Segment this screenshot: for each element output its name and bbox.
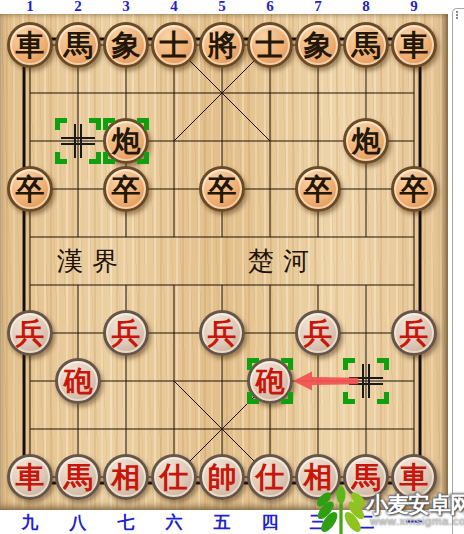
piece-label: 象	[304, 31, 333, 60]
river-label-left: 漢界	[57, 246, 127, 276]
piece-label: 士	[256, 31, 285, 60]
piece-label: 馬	[352, 31, 381, 60]
watermark-site-url: www.xmsigma.com	[370, 515, 464, 527]
piece-label: 炮	[352, 127, 381, 156]
piece-label: 仕	[256, 463, 285, 492]
piece-label: 卒	[208, 175, 237, 204]
piece-red-horse[interactable]: 馬	[55, 454, 101, 500]
piece-black-advisor[interactable]: 士	[151, 22, 197, 68]
piece-black-soldier[interactable]: 卒	[7, 166, 53, 212]
watermark-wheat-logo	[314, 486, 368, 534]
river-label-right: 楚河	[248, 246, 318, 276]
piece-label: 兵	[304, 319, 333, 348]
bracket-corner	[103, 118, 115, 130]
file-label-bottom-4: 六	[161, 513, 187, 533]
piece-label: 象	[112, 31, 141, 60]
piece-label: 卒	[16, 175, 45, 204]
piece-black-horse[interactable]: 馬	[55, 22, 101, 68]
bracket-corner	[247, 358, 259, 370]
piece-black-advisor[interactable]: 士	[247, 22, 293, 68]
piece-label: 仕	[160, 463, 189, 492]
file-label-bottom-5: 五	[209, 513, 235, 533]
piece-black-soldier[interactable]: 卒	[391, 166, 437, 212]
piece-black-elephant[interactable]: 象	[295, 22, 341, 68]
move-2-origin-crosshair	[349, 364, 383, 398]
file-label-bottom-1: 九	[17, 513, 43, 533]
file-label-bottom-2: 八	[65, 513, 91, 533]
piece-black-soldier[interactable]: 卒	[295, 166, 341, 212]
side-panel-border	[452, 8, 464, 534]
piece-label: 兵	[16, 319, 45, 348]
bracket-corner	[137, 118, 149, 130]
file-label-bottom-3: 七	[113, 513, 139, 533]
move-1-origin-crosshair	[61, 124, 95, 158]
piece-label: 相	[112, 463, 141, 492]
crosshair-line	[349, 377, 383, 385]
piece-red-advisor[interactable]: 仕	[247, 454, 293, 500]
bracket-corner	[247, 392, 259, 404]
xiangqi-game-screen: 漢界 楚河 小麦安卓网 www.xmsigma.com 123456789九八七…	[0, 0, 464, 534]
piece-black-chariot[interactable]: 車	[391, 22, 437, 68]
piece-red-general[interactable]: 帥	[199, 454, 245, 500]
piece-black-horse[interactable]: 馬	[343, 22, 389, 68]
bracket-corner	[103, 152, 115, 164]
piece-label: 兵	[400, 319, 429, 348]
side-panel-grip[interactable]	[456, 11, 464, 19]
crosshair-line	[61, 137, 95, 145]
piece-label: 卒	[304, 175, 333, 204]
file-label-top-3: 3	[113, 0, 139, 14]
file-label-top-1: 1	[17, 0, 43, 14]
move-1-target-bracket	[103, 118, 149, 164]
piece-label: 車	[400, 31, 429, 60]
file-label-top-4: 4	[161, 0, 187, 14]
file-label-bottom-6: 四	[257, 513, 283, 533]
file-label-top-9: 9	[401, 0, 427, 14]
piece-red-soldier[interactable]: 兵	[199, 310, 245, 356]
piece-black-soldier[interactable]: 卒	[199, 166, 245, 212]
piece-black-elephant[interactable]: 象	[103, 22, 149, 68]
piece-label: 兵	[112, 319, 141, 348]
piece-red-soldier[interactable]: 兵	[295, 310, 341, 356]
piece-black-soldier[interactable]: 卒	[103, 166, 149, 212]
piece-red-chariot[interactable]: 車	[7, 454, 53, 500]
piece-red-elephant[interactable]: 相	[103, 454, 149, 500]
piece-black-chariot[interactable]: 車	[7, 22, 53, 68]
piece-label: 車	[16, 463, 45, 492]
file-label-top-8: 8	[353, 0, 379, 14]
move-2-target-bracket	[247, 358, 293, 404]
piece-label: 兵	[208, 319, 237, 348]
piece-label: 馬	[64, 31, 93, 60]
piece-label: 砲	[64, 367, 93, 396]
piece-label: 帥	[208, 463, 237, 492]
piece-black-cannon[interactable]: 炮	[343, 118, 389, 164]
piece-red-soldier[interactable]: 兵	[391, 310, 437, 356]
piece-red-cannon[interactable]: 砲	[55, 358, 101, 404]
file-label-top-6: 6	[257, 0, 283, 14]
file-label-top-7: 7	[305, 0, 331, 14]
piece-label: 將	[208, 31, 237, 60]
piece-label: 車	[16, 31, 45, 60]
file-label-top-5: 5	[209, 0, 235, 14]
piece-red-soldier[interactable]: 兵	[103, 310, 149, 356]
bracket-corner	[281, 358, 293, 370]
bracket-corner	[137, 152, 149, 164]
piece-label: 卒	[400, 175, 429, 204]
piece-black-general[interactable]: 將	[199, 22, 245, 68]
bracket-corner	[281, 392, 293, 404]
piece-label: 卒	[112, 175, 141, 204]
piece-label: 馬	[64, 463, 93, 492]
piece-red-soldier[interactable]: 兵	[7, 310, 53, 356]
piece-label: 士	[160, 31, 189, 60]
watermark: 小麦安卓网 www.xmsigma.com	[310, 470, 464, 534]
file-label-top-2: 2	[65, 0, 91, 14]
piece-red-advisor[interactable]: 仕	[151, 454, 197, 500]
